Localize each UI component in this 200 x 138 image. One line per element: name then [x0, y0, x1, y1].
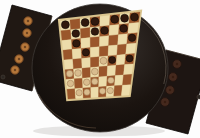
dark-peg: [61, 21, 69, 29]
dark-peg: [109, 57, 116, 64]
dark-peg: [82, 49, 89, 56]
disc-dimple: [164, 101, 166, 103]
dark-peg: [120, 25, 128, 33]
disc-dimple: [27, 20, 29, 22]
dark-peg: [81, 19, 89, 27]
light-peg: [76, 90, 82, 96]
disc-dimple: [24, 46, 26, 48]
light-peg: [83, 79, 89, 85]
light-peg: [108, 77, 114, 83]
disc-dimple: [176, 63, 178, 65]
disc-dimple: [14, 69, 16, 71]
dark-peg: [128, 34, 135, 41]
chess-board: [58, 10, 142, 102]
light-peg: [84, 89, 90, 95]
light-peg: [66, 70, 73, 77]
disc-dimple: [26, 32, 28, 34]
left-drawer-knob: [1, 75, 5, 79]
light-peg: [107, 87, 113, 93]
chess-set-photo: [0, 0, 200, 138]
light-peg: [91, 68, 98, 75]
dark-peg: [91, 28, 99, 36]
light-peg: [75, 70, 82, 77]
light-peg: [99, 88, 105, 94]
disc-dimple: [18, 58, 20, 60]
scene: [0, 0, 200, 138]
dark-peg: [131, 13, 139, 21]
dark-peg: [91, 18, 99, 26]
dark-peg: [121, 14, 129, 22]
disc-dimple: [169, 89, 171, 91]
dark-peg: [101, 27, 109, 35]
dark-peg: [72, 30, 80, 38]
light-peg: [67, 80, 73, 86]
dark-peg: [126, 55, 133, 62]
light-peg: [100, 57, 107, 64]
disc-dimple: [172, 76, 174, 78]
light-peg: [92, 78, 98, 84]
dark-peg: [111, 15, 119, 23]
dark-peg: [73, 40, 80, 47]
right-drawer-knob: [197, 95, 200, 99]
